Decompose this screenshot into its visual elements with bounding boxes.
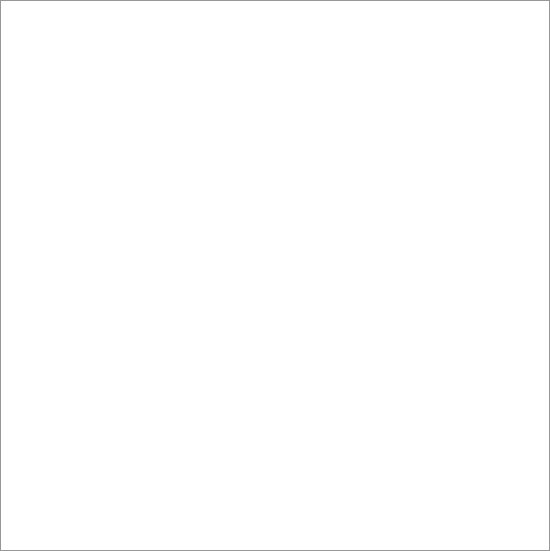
go-board <box>1 1 549 550</box>
go-diagram-page <box>0 0 550 551</box>
